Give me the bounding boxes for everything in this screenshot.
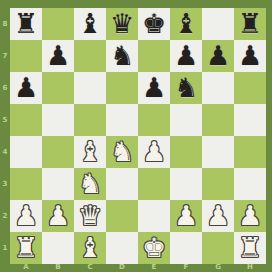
piece-white-knight-d4[interactable]: ♞ [106, 136, 138, 168]
square-d7[interactable]: ♞ [106, 40, 138, 72]
file-label-d: D [106, 263, 138, 272]
square-e1[interactable]: ♚ [138, 232, 170, 264]
piece-black-rook-a8[interactable]: ♜ [10, 8, 42, 40]
square-c4[interactable]: ♝ [74, 136, 106, 168]
square-d8[interactable]: ♛ [106, 8, 138, 40]
square-b1[interactable] [42, 232, 74, 264]
square-d4[interactable]: ♞ [106, 136, 138, 168]
square-b8[interactable] [42, 8, 74, 40]
square-a7[interactable] [10, 40, 42, 72]
square-a8[interactable]: ♜ [10, 8, 42, 40]
rank-label-3: 3 [0, 168, 10, 200]
square-d5[interactable] [106, 104, 138, 136]
rank-label-4: 4 [0, 136, 10, 168]
piece-white-pawn-h2[interactable]: ♟ [234, 200, 266, 232]
square-b6[interactable] [42, 72, 74, 104]
square-e4[interactable]: ♟ [138, 136, 170, 168]
piece-white-pawn-f2[interactable]: ♟ [170, 200, 202, 232]
piece-white-pawn-a2[interactable]: ♟ [10, 200, 42, 232]
square-g8[interactable] [202, 8, 234, 40]
square-f6[interactable]: ♞ [170, 72, 202, 104]
piece-white-pawn-e4[interactable]: ♟ [138, 136, 170, 168]
piece-black-queen-d8[interactable]: ♛ [106, 8, 138, 40]
square-c6[interactable] [74, 72, 106, 104]
piece-black-pawn-a6[interactable]: ♟ [10, 72, 42, 104]
file-label-a: A [10, 263, 42, 272]
square-g4[interactable] [202, 136, 234, 168]
square-c2[interactable]: ♛ [74, 200, 106, 232]
square-d3[interactable] [106, 168, 138, 200]
square-e7[interactable] [138, 40, 170, 72]
square-h5[interactable] [234, 104, 266, 136]
piece-black-bishop-c8[interactable]: ♝ [74, 8, 106, 40]
square-h7[interactable]: ♟ [234, 40, 266, 72]
square-g7[interactable]: ♟ [202, 40, 234, 72]
file-label-f: F [170, 263, 202, 272]
square-c5[interactable] [74, 104, 106, 136]
piece-white-queen-c2[interactable]: ♛ [74, 200, 106, 232]
square-b4[interactable] [42, 136, 74, 168]
square-f4[interactable] [170, 136, 202, 168]
square-a1[interactable]: ♜ [10, 232, 42, 264]
square-g6[interactable] [202, 72, 234, 104]
file-label-c: C [74, 263, 106, 272]
piece-white-pawn-b2[interactable]: ♟ [42, 200, 74, 232]
chess-board: ♜♝♛♚♝♜♟♞♟♟♟♟♟♞♝♞♟♞♟♟♛♟♟♟♜♝♚♜ [10, 8, 266, 264]
piece-white-king-e1[interactable]: ♚ [138, 232, 170, 264]
square-f2[interactable]: ♟ [170, 200, 202, 232]
square-b7[interactable]: ♟ [42, 40, 74, 72]
file-label-b: B [42, 263, 74, 272]
square-a4[interactable] [10, 136, 42, 168]
file-label-g: G [202, 263, 234, 272]
piece-white-rook-h1[interactable]: ♜ [234, 232, 266, 264]
piece-black-pawn-e6[interactable]: ♟ [138, 72, 170, 104]
piece-black-pawn-f7[interactable]: ♟ [170, 40, 202, 72]
square-b3[interactable] [42, 168, 74, 200]
square-f1[interactable] [170, 232, 202, 264]
piece-white-bishop-c1[interactable]: ♝ [74, 232, 106, 264]
square-h2[interactable]: ♟ [234, 200, 266, 232]
rank-label-7: 7 [0, 40, 10, 72]
square-d2[interactable] [106, 200, 138, 232]
square-e6[interactable]: ♟ [138, 72, 170, 104]
square-c1[interactable]: ♝ [74, 232, 106, 264]
rank-label-5: 5 [0, 104, 10, 136]
square-e2[interactable] [138, 200, 170, 232]
square-c7[interactable] [74, 40, 106, 72]
square-b2[interactable]: ♟ [42, 200, 74, 232]
square-a2[interactable]: ♟ [10, 200, 42, 232]
piece-black-knight-f6[interactable]: ♞ [170, 72, 202, 104]
square-f5[interactable] [170, 104, 202, 136]
rank-label-1: 1 [0, 232, 10, 264]
square-g5[interactable] [202, 104, 234, 136]
piece-black-king-e8[interactable]: ♚ [138, 8, 170, 40]
piece-black-knight-d7[interactable]: ♞ [106, 40, 138, 72]
square-d6[interactable] [106, 72, 138, 104]
square-g3[interactable] [202, 168, 234, 200]
rank-labels: 87654321 [0, 8, 10, 264]
rank-label-6: 6 [0, 72, 10, 104]
square-c8[interactable]: ♝ [74, 8, 106, 40]
square-f8[interactable]: ♝ [170, 8, 202, 40]
square-b5[interactable] [42, 104, 74, 136]
piece-white-pawn-g2[interactable]: ♟ [202, 200, 234, 232]
square-a5[interactable] [10, 104, 42, 136]
square-h1[interactable]: ♜ [234, 232, 266, 264]
square-h3[interactable] [234, 168, 266, 200]
file-label-e: E [138, 263, 170, 272]
square-e5[interactable] [138, 104, 170, 136]
square-h6[interactable] [234, 72, 266, 104]
piece-white-knight-c3[interactable]: ♞ [74, 168, 106, 200]
piece-black-pawn-g7[interactable]: ♟ [202, 40, 234, 72]
piece-black-pawn-b7[interactable]: ♟ [42, 40, 74, 72]
square-d1[interactable] [106, 232, 138, 264]
piece-white-rook-a1[interactable]: ♜ [10, 232, 42, 264]
square-e3[interactable] [138, 168, 170, 200]
chess-board-frame: 87654321 ♜♝♛♚♝♜♟♞♟♟♟♟♟♞♝♞♟♞♟♟♛♟♟♟♜♝♚♜ AB… [0, 0, 272, 272]
square-g1[interactable] [202, 232, 234, 264]
rank-label-2: 2 [0, 200, 10, 232]
square-e8[interactable]: ♚ [138, 8, 170, 40]
square-f3[interactable] [170, 168, 202, 200]
piece-white-bishop-c4[interactable]: ♝ [74, 136, 106, 168]
piece-black-rook-h8[interactable]: ♜ [234, 8, 266, 40]
square-f7[interactable]: ♟ [170, 40, 202, 72]
square-a6[interactable]: ♟ [10, 72, 42, 104]
square-h8[interactable]: ♜ [234, 8, 266, 40]
square-h4[interactable] [234, 136, 266, 168]
square-a3[interactable] [10, 168, 42, 200]
file-label-h: H [234, 263, 266, 272]
rank-label-8: 8 [0, 8, 10, 40]
file-labels: ABCDEFGH [10, 263, 266, 272]
square-c3[interactable]: ♞ [74, 168, 106, 200]
piece-black-pawn-h7[interactable]: ♟ [234, 40, 266, 72]
square-g2[interactable]: ♟ [202, 200, 234, 232]
piece-black-bishop-f8[interactable]: ♝ [170, 8, 202, 40]
